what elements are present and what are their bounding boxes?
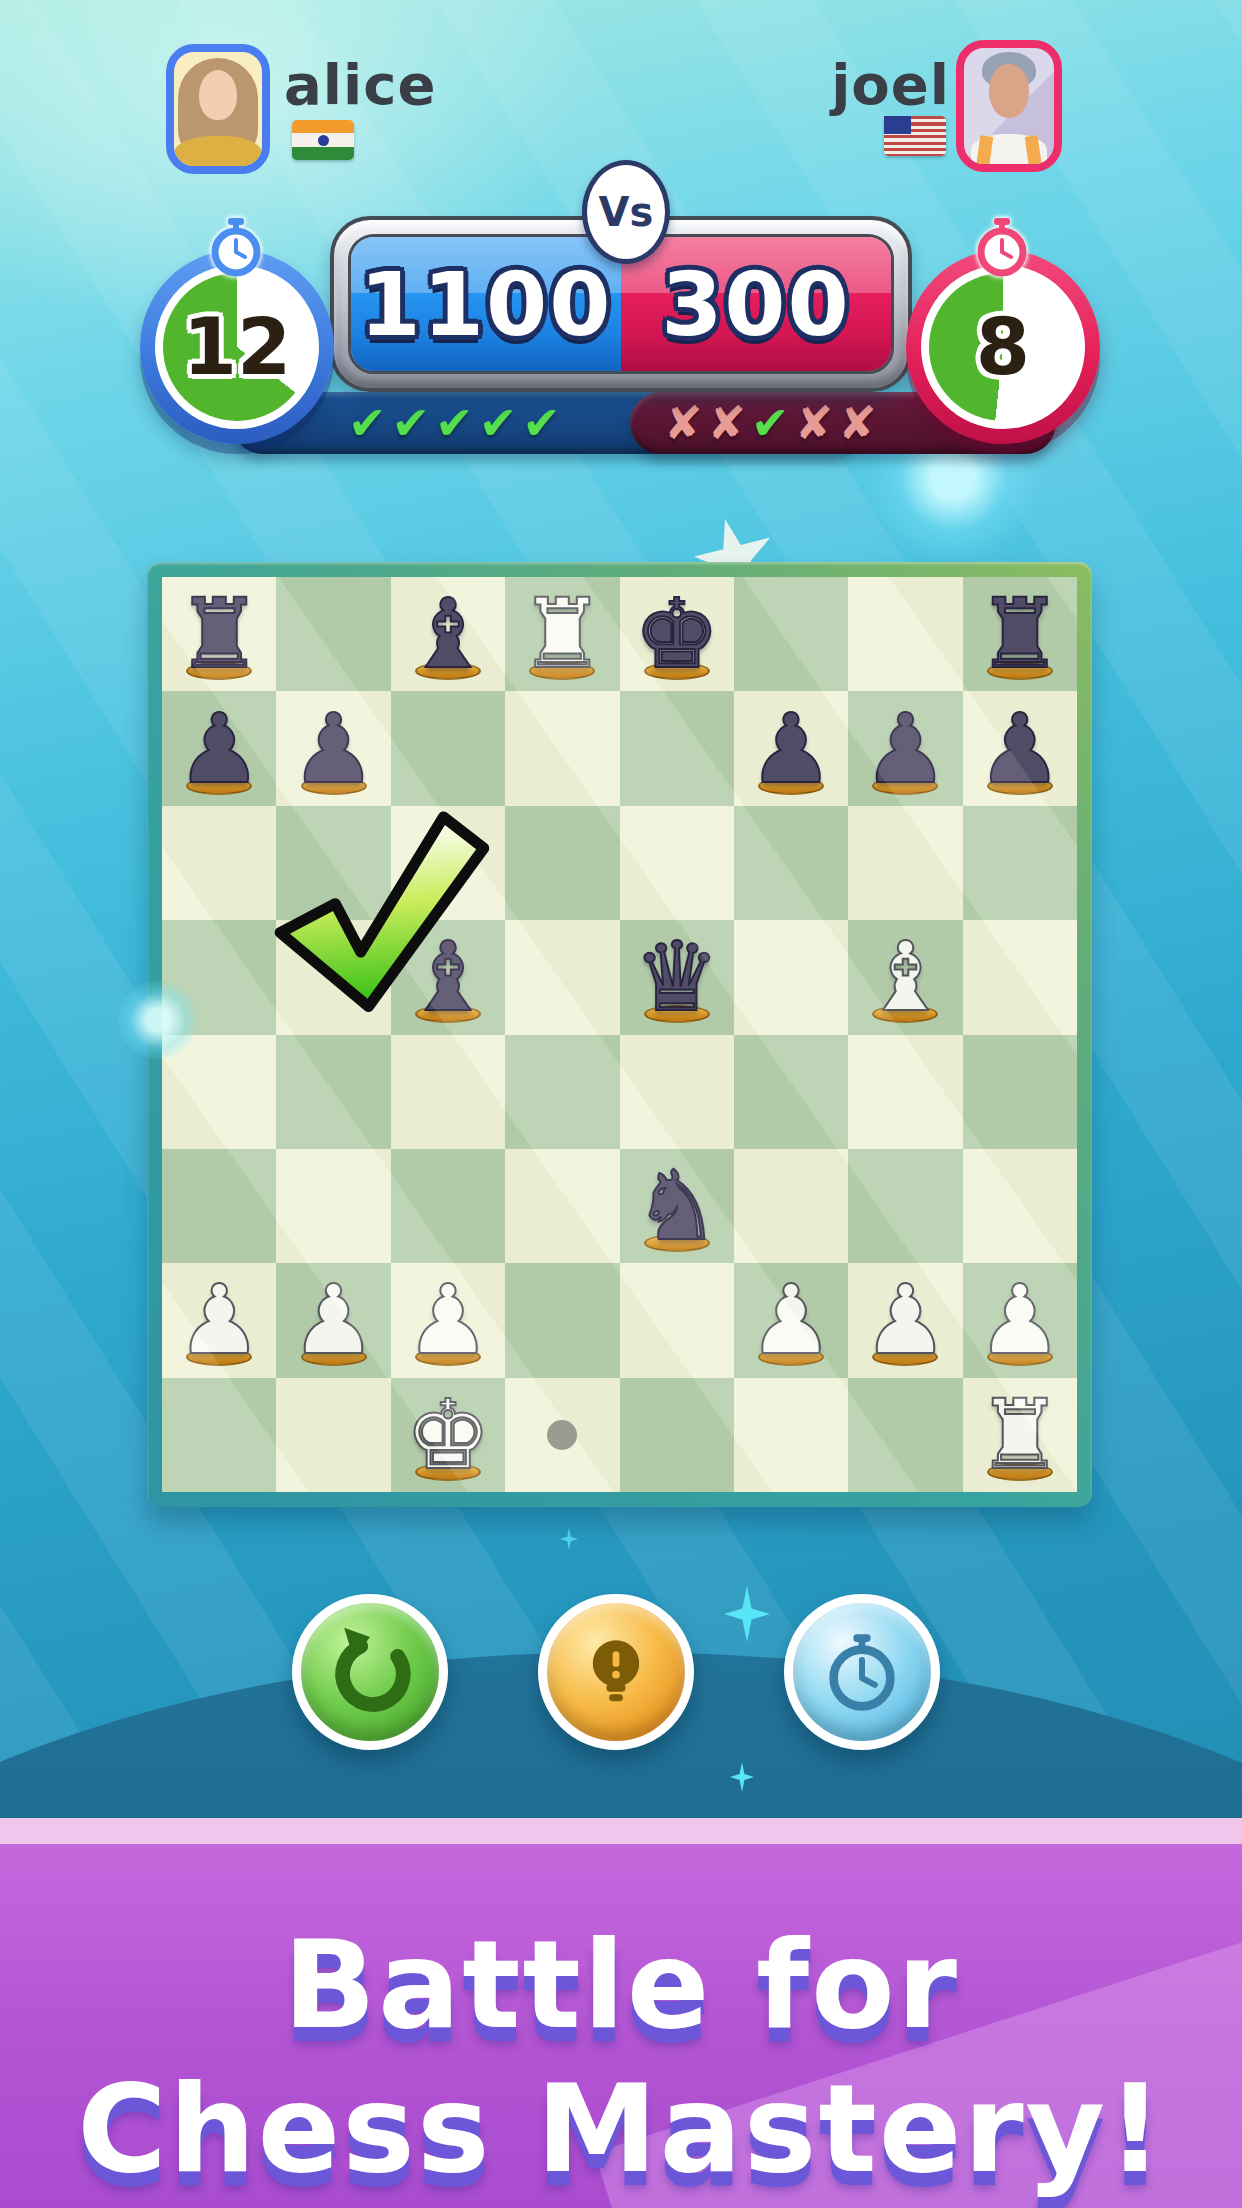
square-a8[interactable]: ♜ xyxy=(162,577,276,691)
square-e7[interactable] xyxy=(620,691,734,805)
undo-button[interactable] xyxy=(292,1594,448,1750)
square-c4[interactable] xyxy=(391,1035,505,1149)
timer-value-left: 12 xyxy=(140,250,334,444)
square-b3[interactable] xyxy=(276,1149,390,1263)
piece-white-rook[interactable]: ♜ xyxy=(977,1387,1063,1483)
avatar-joel[interactable] xyxy=(956,40,1062,172)
piece-white-pawn[interactable]: ♟ xyxy=(405,1272,491,1368)
streak-marks-right: ✘✘✔✘✘ xyxy=(664,400,882,446)
chess-board: ♜♝♜♚♜♟♟♟♟♟♝♛♝♞♟♟♟♟♟♟♚♜ xyxy=(162,577,1077,1492)
square-c2[interactable]: ♟ xyxy=(391,1263,505,1377)
piece-black-king[interactable]: ♚ xyxy=(634,586,720,682)
square-g2[interactable]: ♟ xyxy=(848,1263,962,1377)
square-d4[interactable] xyxy=(505,1035,619,1149)
square-a4[interactable] xyxy=(162,1035,276,1149)
cross-icon: ✘ xyxy=(795,400,834,446)
square-f5[interactable] xyxy=(734,920,848,1034)
cross-icon: ✘ xyxy=(664,400,703,446)
piece-black-rook[interactable]: ♜ xyxy=(176,586,262,682)
vs-label: Vs xyxy=(599,189,654,235)
square-g3[interactable] xyxy=(848,1149,962,1263)
score-right: 300 xyxy=(621,237,891,371)
square-a2[interactable]: ♟ xyxy=(162,1263,276,1377)
square-e3[interactable]: ♞ xyxy=(620,1149,734,1263)
check-icon: ✔ xyxy=(348,400,387,446)
square-h4[interactable] xyxy=(963,1035,1077,1149)
player-name-left: alice xyxy=(284,52,436,117)
square-c3[interactable] xyxy=(391,1149,505,1263)
piece-white-king[interactable]: ♚ xyxy=(405,1387,491,1483)
piece-black-knight[interactable]: ♞ xyxy=(634,1158,720,1254)
square-f6[interactable] xyxy=(734,806,848,920)
avatar-face xyxy=(199,70,237,120)
piece-white-pawn[interactable]: ♟ xyxy=(862,1272,948,1368)
score-left: 1100 xyxy=(351,237,621,371)
check-icon: ✔ xyxy=(435,400,474,446)
correct-move-checkmark-icon xyxy=(247,800,501,1026)
sparkle-icon xyxy=(724,1586,770,1642)
banner-title-line1: Battle for xyxy=(0,1924,1242,2046)
score-value-right: 300 xyxy=(661,253,851,356)
timer-right: 8 xyxy=(906,250,1100,444)
piece-black-pawn[interactable]: ♟ xyxy=(176,701,262,797)
piece-black-pawn[interactable]: ♟ xyxy=(977,701,1063,797)
square-c8[interactable]: ♝ xyxy=(391,577,505,691)
streak-marks-left: ✔✔✔✔✔ xyxy=(348,400,566,446)
square-f2[interactable]: ♟ xyxy=(734,1263,848,1377)
score-value-left: 1100 xyxy=(360,253,613,356)
square-e5[interactable]: ♛ xyxy=(620,920,734,1034)
cross-icon: ✘ xyxy=(838,400,877,446)
avatar-face xyxy=(989,64,1029,118)
piece-white-bishop[interactable]: ♝ xyxy=(862,929,948,1025)
square-d5[interactable] xyxy=(505,920,619,1034)
stopwatch-icon xyxy=(974,216,1030,278)
piece-white-pawn[interactable]: ♟ xyxy=(977,1272,1063,1368)
check-icon: ✔ xyxy=(392,400,431,446)
india-flag-icon xyxy=(292,120,354,160)
lightbulb-icon xyxy=(573,1629,659,1715)
square-e1[interactable] xyxy=(620,1378,734,1492)
game-screen: { "game": "chess", "vs_badge": "Vs", "pl… xyxy=(0,0,1242,2208)
piece-white-pawn[interactable]: ♟ xyxy=(291,1272,377,1368)
square-d8[interactable]: ♜ xyxy=(505,577,619,691)
move-hint-dot[interactable] xyxy=(547,1420,577,1450)
square-h3[interactable] xyxy=(963,1149,1077,1263)
player-name-right: joel xyxy=(831,52,950,117)
square-e2[interactable] xyxy=(620,1263,734,1377)
square-b4[interactable] xyxy=(276,1035,390,1149)
board-frame: ♜♝♜♚♜♟♟♟♟♟♝♛♝♞♟♟♟♟♟♟♚♜ xyxy=(147,562,1092,1507)
square-h7[interactable]: ♟ xyxy=(963,691,1077,805)
banner-body: Battle for Chess Mastery! xyxy=(0,1844,1242,2208)
avatar-alice[interactable] xyxy=(166,44,270,174)
check-icon: ✔ xyxy=(751,400,790,446)
piece-white-pawn[interactable]: ♟ xyxy=(176,1272,262,1368)
square-f7[interactable]: ♟ xyxy=(734,691,848,805)
promo-banner: Battle for Chess Mastery! xyxy=(0,1818,1242,2208)
stopwatch-icon xyxy=(819,1629,905,1715)
square-f8[interactable] xyxy=(734,577,848,691)
square-a1[interactable] xyxy=(162,1378,276,1492)
undo-icon xyxy=(324,1626,416,1718)
check-icon: ✔ xyxy=(479,400,518,446)
square-g5[interactable]: ♝ xyxy=(848,920,962,1034)
square-e6[interactable] xyxy=(620,806,734,920)
piece-black-pawn[interactable]: ♟ xyxy=(748,701,834,797)
square-a3[interactable] xyxy=(162,1149,276,1263)
square-b8[interactable] xyxy=(276,577,390,691)
square-g6[interactable] xyxy=(848,806,962,920)
piece-black-rook[interactable]: ♜ xyxy=(977,586,1063,682)
square-h1[interactable]: ♜ xyxy=(963,1378,1077,1492)
usa-flag-icon xyxy=(884,116,946,156)
square-h8[interactable]: ♜ xyxy=(963,577,1077,691)
square-g7[interactable]: ♟ xyxy=(848,691,962,805)
square-c1[interactable]: ♚ xyxy=(391,1378,505,1492)
square-b7[interactable]: ♟ xyxy=(276,691,390,805)
hint-button[interactable] xyxy=(538,1594,694,1750)
piece-white-pawn[interactable]: ♟ xyxy=(748,1272,834,1368)
piece-black-pawn[interactable]: ♟ xyxy=(862,701,948,797)
square-f3[interactable] xyxy=(734,1149,848,1263)
vs-badge: Vs xyxy=(582,160,670,264)
square-h2[interactable]: ♟ xyxy=(963,1263,1077,1377)
check-icon: ✔ xyxy=(522,400,561,446)
square-g4[interactable] xyxy=(848,1035,962,1149)
square-e8[interactable]: ♚ xyxy=(620,577,734,691)
piece-black-bishop[interactable]: ♝ xyxy=(405,586,491,682)
stopwatch-icon xyxy=(208,216,264,278)
banner-title-line2: Chess Mastery! xyxy=(0,2068,1242,2190)
piece-black-queen[interactable]: ♛ xyxy=(634,929,720,1025)
timer-button[interactable] xyxy=(784,1594,940,1750)
square-e4[interactable] xyxy=(620,1035,734,1149)
cross-icon: ✘ xyxy=(708,400,747,446)
square-f4[interactable] xyxy=(734,1035,848,1149)
square-d2[interactable] xyxy=(505,1263,619,1377)
piece-white-rook[interactable]: ♜ xyxy=(519,586,605,682)
sparkle-icon xyxy=(560,1528,578,1550)
square-d3[interactable] xyxy=(505,1149,619,1263)
square-d7[interactable] xyxy=(505,691,619,805)
timer-left: 12 xyxy=(140,250,334,444)
square-g1[interactable] xyxy=(848,1378,962,1492)
square-f1[interactable] xyxy=(734,1378,848,1492)
piece-black-pawn[interactable]: ♟ xyxy=(291,701,377,797)
square-g8[interactable] xyxy=(848,577,962,691)
square-d6[interactable] xyxy=(505,806,619,920)
square-c7[interactable] xyxy=(391,691,505,805)
square-b2[interactable]: ♟ xyxy=(276,1263,390,1377)
avatar-body xyxy=(174,136,262,174)
square-b1[interactable] xyxy=(276,1378,390,1492)
square-a7[interactable]: ♟ xyxy=(162,691,276,805)
banner-top-strip xyxy=(0,1818,1242,1844)
square-h5[interactable] xyxy=(963,920,1077,1034)
timer-value-right: 8 xyxy=(906,250,1100,444)
square-h6[interactable] xyxy=(963,806,1077,920)
